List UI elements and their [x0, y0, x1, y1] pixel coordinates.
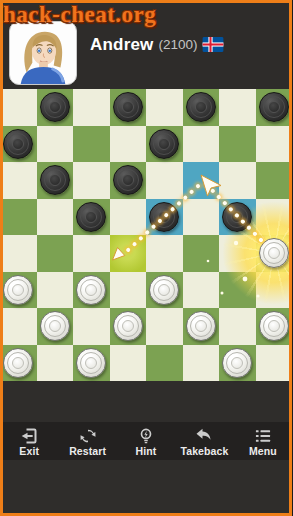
- exit-button[interactable]: Exit: [0, 422, 58, 460]
- app-screen: Andrew (2100): [0, 0, 292, 516]
- white-piece[interactable]: [259, 311, 289, 341]
- white-piece[interactable]: [149, 275, 179, 305]
- board-square[interactable]: [256, 89, 293, 126]
- board-square[interactable]: [146, 89, 183, 126]
- black-piece[interactable]: [149, 129, 179, 159]
- board-square[interactable]: [0, 235, 37, 272]
- board-square[interactable]: [0, 126, 37, 163]
- board-square[interactable]: [0, 89, 37, 126]
- black-piece[interactable]: [40, 92, 70, 122]
- black-piece[interactable]: [113, 92, 143, 122]
- board-square[interactable]: [110, 235, 147, 272]
- board-square[interactable]: [0, 308, 37, 345]
- board-square[interactable]: [146, 199, 183, 236]
- white-piece[interactable]: [113, 311, 143, 341]
- refresh-icon: [78, 426, 98, 444]
- toolbar: Exit Restart: [0, 422, 292, 460]
- player-bar: Andrew (2100): [0, 0, 292, 89]
- black-piece[interactable]: [113, 165, 143, 195]
- board-square[interactable]: [73, 89, 110, 126]
- white-piece[interactable]: [222, 348, 252, 378]
- board-square[interactable]: [219, 345, 256, 382]
- list-menu-icon: [253, 426, 273, 444]
- restart-label: Restart: [69, 445, 106, 457]
- exit-label: Exit: [19, 445, 39, 457]
- board-square[interactable]: [219, 162, 256, 199]
- black-piece[interactable]: [76, 202, 106, 232]
- board-square[interactable]: [219, 126, 256, 163]
- hint-label: Hint: [136, 445, 157, 457]
- white-piece[interactable]: [3, 348, 33, 378]
- board-square[interactable]: [219, 272, 256, 309]
- board-square[interactable]: [37, 162, 74, 199]
- black-piece[interactable]: [3, 129, 33, 159]
- avatar-illustration: [10, 22, 76, 84]
- board-square[interactable]: [256, 162, 293, 199]
- board-square[interactable]: [0, 345, 37, 382]
- board-square[interactable]: [110, 199, 147, 236]
- board-square[interactable]: [146, 345, 183, 382]
- takeback-label: Takeback: [180, 445, 228, 457]
- board-square[interactable]: [146, 162, 183, 199]
- board-square[interactable]: [110, 162, 147, 199]
- board-square[interactable]: [73, 235, 110, 272]
- board-square[interactable]: [110, 89, 147, 126]
- board-square[interactable]: [256, 126, 293, 163]
- bottom-area: Exit Restart: [0, 381, 292, 516]
- board-square[interactable]: [219, 235, 256, 272]
- board-square[interactable]: [73, 272, 110, 309]
- board-square[interactable]: [183, 308, 220, 345]
- player-info: Andrew (2100): [90, 0, 224, 89]
- board-square[interactable]: [256, 345, 293, 382]
- board-square[interactable]: [0, 199, 37, 236]
- board-square[interactable]: [183, 345, 220, 382]
- board-square[interactable]: [219, 89, 256, 126]
- board-square[interactable]: [256, 199, 293, 236]
- lightbulb-bolt-icon: [136, 426, 156, 444]
- hint-button[interactable]: Hint: [117, 422, 175, 460]
- black-piece[interactable]: [149, 202, 179, 232]
- black-piece[interactable]: [40, 165, 70, 195]
- board-square[interactable]: [183, 272, 220, 309]
- iceland-flag-icon: [202, 37, 224, 52]
- board-square[interactable]: [37, 272, 74, 309]
- board-square[interactable]: [146, 235, 183, 272]
- black-piece[interactable]: [186, 92, 216, 122]
- exit-door-icon: [19, 426, 39, 444]
- board-square[interactable]: [37, 199, 74, 236]
- takeback-button[interactable]: Takeback: [175, 422, 233, 460]
- white-piece[interactable]: [76, 348, 106, 378]
- board-square[interactable]: [110, 345, 147, 382]
- board: [0, 89, 292, 381]
- board-square[interactable]: [73, 162, 110, 199]
- board-square[interactable]: [146, 308, 183, 345]
- board-square[interactable]: [73, 126, 110, 163]
- white-piece[interactable]: [259, 238, 289, 268]
- white-piece[interactable]: [186, 311, 216, 341]
- board-square[interactable]: [256, 235, 293, 272]
- black-piece[interactable]: [222, 202, 252, 232]
- board-square[interactable]: [37, 308, 74, 345]
- board-square[interactable]: [219, 308, 256, 345]
- restart-button[interactable]: Restart: [58, 422, 116, 460]
- white-piece[interactable]: [3, 275, 33, 305]
- undo-arrow-icon: [194, 426, 214, 444]
- board-square[interactable]: [256, 308, 293, 345]
- board-square[interactable]: [37, 235, 74, 272]
- black-piece[interactable]: [259, 92, 289, 122]
- board-square[interactable]: [183, 199, 220, 236]
- board-square[interactable]: [73, 199, 110, 236]
- white-piece[interactable]: [76, 275, 106, 305]
- board-square[interactable]: [146, 126, 183, 163]
- board-square[interactable]: [110, 308, 147, 345]
- board-square[interactable]: [256, 272, 293, 309]
- player-name: Andrew: [90, 35, 154, 55]
- white-piece[interactable]: [40, 311, 70, 341]
- board-square[interactable]: [110, 272, 147, 309]
- board-square[interactable]: [110, 126, 147, 163]
- board-square[interactable]: [183, 162, 220, 199]
- board-square[interactable]: [146, 272, 183, 309]
- board-square[interactable]: [73, 308, 110, 345]
- board-square[interactable]: [183, 126, 220, 163]
- board-square[interactable]: [37, 345, 74, 382]
- board-square[interactable]: [37, 126, 74, 163]
- board-square[interactable]: [37, 89, 74, 126]
- board-square[interactable]: [183, 89, 220, 126]
- avatar: [9, 21, 77, 85]
- board-square[interactable]: [219, 199, 256, 236]
- board-square[interactable]: [73, 345, 110, 382]
- board-square[interactable]: [0, 272, 37, 309]
- menu-label: Menu: [249, 445, 277, 457]
- player-rating: (2100): [159, 37, 198, 52]
- menu-button[interactable]: Menu: [234, 422, 292, 460]
- board-square[interactable]: [0, 162, 37, 199]
- board-square[interactable]: [183, 235, 220, 272]
